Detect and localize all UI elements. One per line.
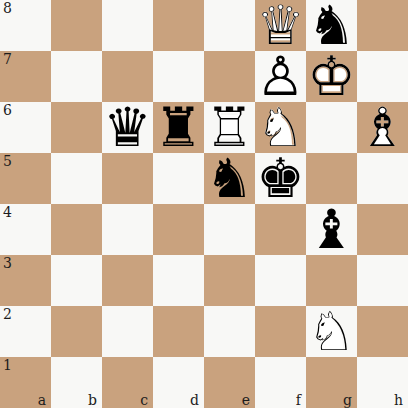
square-d8[interactable] bbox=[153, 0, 204, 51]
file-label-a: a bbox=[38, 392, 46, 408]
square-a7[interactable]: 7 bbox=[0, 51, 51, 102]
white-bishop-fill-layer: ♝ bbox=[357, 102, 408, 153]
square-d1[interactable]: d bbox=[153, 357, 204, 408]
white-king-fill-layer: ♚ bbox=[306, 51, 357, 102]
square-a6[interactable]: 6 bbox=[0, 102, 51, 153]
square-d4[interactable] bbox=[153, 204, 204, 255]
square-b4[interactable] bbox=[51, 204, 102, 255]
rank-label-4: 4 bbox=[3, 204, 12, 220]
square-h1[interactable]: h bbox=[357, 357, 408, 408]
black-bishop-glyph: ♝ bbox=[306, 204, 357, 255]
white-rook-piece[interactable]: ♜♖ bbox=[204, 102, 255, 153]
square-g1[interactable]: g bbox=[306, 357, 357, 408]
chess-board: 8♛♕♞7♟♙♚♔6♛♜♜♖♞♘♝♗5♞♚4♝32♞♘1abcdefgh bbox=[0, 0, 408, 408]
white-knight-outline-layer: ♘ bbox=[255, 102, 306, 153]
file-label-e: e bbox=[242, 392, 250, 408]
file-label-f: f bbox=[296, 392, 301, 408]
square-g6[interactable] bbox=[306, 102, 357, 153]
black-knight-piece[interactable]: ♞ bbox=[306, 0, 357, 51]
white-bishop-piece[interactable]: ♝♗ bbox=[357, 102, 408, 153]
square-f7[interactable]: ♟♙ bbox=[255, 51, 306, 102]
square-c2[interactable] bbox=[102, 306, 153, 357]
file-label-g: g bbox=[343, 392, 352, 408]
square-a1[interactable]: 1a bbox=[0, 357, 51, 408]
square-c6[interactable]: ♛ bbox=[102, 102, 153, 153]
square-b2[interactable] bbox=[51, 306, 102, 357]
square-a4[interactable]: 4 bbox=[0, 204, 51, 255]
white-bishop-outline-layer: ♗ bbox=[357, 102, 408, 153]
rank-label-6: 6 bbox=[3, 102, 12, 118]
square-f2[interactable] bbox=[255, 306, 306, 357]
black-knight-glyph: ♞ bbox=[204, 153, 255, 204]
square-g7[interactable]: ♚♔ bbox=[306, 51, 357, 102]
square-h6[interactable]: ♝♗ bbox=[357, 102, 408, 153]
square-e3[interactable] bbox=[204, 255, 255, 306]
rank-label-8: 8 bbox=[3, 0, 12, 16]
square-b5[interactable] bbox=[51, 153, 102, 204]
square-h8[interactable] bbox=[357, 0, 408, 51]
square-c8[interactable] bbox=[102, 0, 153, 51]
black-bishop-piece[interactable]: ♝ bbox=[306, 204, 357, 255]
square-b8[interactable] bbox=[51, 0, 102, 51]
white-pawn-outline-layer: ♙ bbox=[255, 51, 306, 102]
square-e7[interactable] bbox=[204, 51, 255, 102]
file-label-h: h bbox=[394, 392, 403, 408]
square-a2[interactable]: 2 bbox=[0, 306, 51, 357]
white-queen-piece[interactable]: ♛♕ bbox=[255, 0, 306, 51]
black-king-glyph: ♚ bbox=[255, 153, 306, 204]
white-knight-fill-layer: ♞ bbox=[306, 306, 357, 357]
square-g3[interactable] bbox=[306, 255, 357, 306]
square-b3[interactable] bbox=[51, 255, 102, 306]
white-pawn-fill-layer: ♟ bbox=[255, 51, 306, 102]
square-a8[interactable]: 8 bbox=[0, 0, 51, 51]
white-queen-outline-layer: ♕ bbox=[255, 0, 306, 51]
black-knight-glyph: ♞ bbox=[306, 0, 357, 51]
rank-label-2: 2 bbox=[3, 306, 12, 322]
square-g2[interactable]: ♞♘ bbox=[306, 306, 357, 357]
black-queen-glyph: ♛ bbox=[102, 102, 153, 153]
square-c3[interactable] bbox=[102, 255, 153, 306]
square-b1[interactable]: b bbox=[51, 357, 102, 408]
rank-label-7: 7 bbox=[3, 51, 12, 67]
square-b7[interactable] bbox=[51, 51, 102, 102]
square-g4[interactable]: ♝ bbox=[306, 204, 357, 255]
file-label-b: b bbox=[88, 392, 97, 408]
square-d5[interactable] bbox=[153, 153, 204, 204]
square-h3[interactable] bbox=[357, 255, 408, 306]
square-f4[interactable] bbox=[255, 204, 306, 255]
square-e5[interactable]: ♞ bbox=[204, 153, 255, 204]
file-label-c: c bbox=[140, 392, 148, 408]
square-e8[interactable] bbox=[204, 0, 255, 51]
black-knight-piece[interactable]: ♞ bbox=[204, 153, 255, 204]
black-rook-glyph: ♜ bbox=[153, 102, 204, 153]
square-f3[interactable] bbox=[255, 255, 306, 306]
white-king-piece[interactable]: ♚♔ bbox=[306, 51, 357, 102]
square-g5[interactable] bbox=[306, 153, 357, 204]
square-f6[interactable]: ♞♘ bbox=[255, 102, 306, 153]
white-knight-piece[interactable]: ♞♘ bbox=[306, 306, 357, 357]
square-e2[interactable] bbox=[204, 306, 255, 357]
square-e6[interactable]: ♜♖ bbox=[204, 102, 255, 153]
square-d2[interactable] bbox=[153, 306, 204, 357]
black-king-piece[interactable]: ♚ bbox=[255, 153, 306, 204]
white-knight-outline-layer: ♘ bbox=[306, 306, 357, 357]
white-knight-piece[interactable]: ♞♘ bbox=[255, 102, 306, 153]
square-c4[interactable] bbox=[102, 204, 153, 255]
white-queen-fill-layer: ♛ bbox=[255, 0, 306, 51]
white-rook-outline-layer: ♖ bbox=[204, 102, 255, 153]
square-h5[interactable] bbox=[357, 153, 408, 204]
square-f8[interactable]: ♛♕ bbox=[255, 0, 306, 51]
square-h7[interactable] bbox=[357, 51, 408, 102]
square-b6[interactable] bbox=[51, 102, 102, 153]
square-d3[interactable] bbox=[153, 255, 204, 306]
square-a3[interactable]: 3 bbox=[0, 255, 51, 306]
rank-label-3: 3 bbox=[3, 255, 12, 271]
square-e1[interactable]: e bbox=[204, 357, 255, 408]
square-c1[interactable]: c bbox=[102, 357, 153, 408]
square-c5[interactable] bbox=[102, 153, 153, 204]
square-f1[interactable]: f bbox=[255, 357, 306, 408]
square-c7[interactable] bbox=[102, 51, 153, 102]
black-rook-piece[interactable]: ♜ bbox=[153, 102, 204, 153]
square-h4[interactable] bbox=[357, 204, 408, 255]
white-king-outline-layer: ♔ bbox=[306, 51, 357, 102]
square-f5[interactable]: ♚ bbox=[255, 153, 306, 204]
white-knight-fill-layer: ♞ bbox=[255, 102, 306, 153]
square-d6[interactable]: ♜ bbox=[153, 102, 204, 153]
square-e4[interactable] bbox=[204, 204, 255, 255]
square-h2[interactable] bbox=[357, 306, 408, 357]
square-a5[interactable]: 5 bbox=[0, 153, 51, 204]
rank-label-5: 5 bbox=[3, 153, 12, 169]
file-label-d: d bbox=[190, 392, 199, 408]
white-pawn-piece[interactable]: ♟♙ bbox=[255, 51, 306, 102]
square-g8[interactable]: ♞ bbox=[306, 0, 357, 51]
black-queen-piece[interactable]: ♛ bbox=[102, 102, 153, 153]
square-d7[interactable] bbox=[153, 51, 204, 102]
white-rook-fill-layer: ♜ bbox=[204, 102, 255, 153]
rank-label-1: 1 bbox=[3, 357, 12, 373]
